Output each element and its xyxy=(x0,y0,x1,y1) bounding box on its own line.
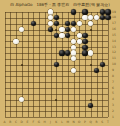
coord-number-15: 15 xyxy=(112,34,120,37)
stone-white-L16 xyxy=(59,27,64,32)
grid-hline xyxy=(5,88,109,89)
stone-white-N9 xyxy=(71,68,76,73)
coord-number-3: 3 xyxy=(112,104,120,107)
moves-black-player-label: 186手 - 黑 李世石 xyxy=(36,0,69,9)
star-point-D10 xyxy=(21,64,23,66)
go-board[interactable] xyxy=(0,9,111,120)
stone-black-M15 xyxy=(65,33,70,38)
stone-black-J16 xyxy=(48,27,53,32)
coord-number-19: 19 xyxy=(112,11,120,14)
star-point-Q4 xyxy=(90,99,92,101)
grid-hline xyxy=(5,111,109,112)
stone-black-F17 xyxy=(31,21,36,26)
stone-white-J19 xyxy=(48,9,53,14)
stone-black-L12 xyxy=(59,50,64,55)
stone-black-K17 xyxy=(54,21,59,26)
coord-number-9: 9 xyxy=(112,69,120,72)
star-point-Q16 xyxy=(90,29,92,31)
star-point-K4 xyxy=(55,99,57,101)
stone-white-N14 xyxy=(71,39,76,44)
coord-number-7: 7 xyxy=(112,81,120,84)
stone-white-N16 xyxy=(71,27,76,32)
stone-black-K10 xyxy=(54,62,59,67)
coord-number-12: 12 xyxy=(112,51,120,54)
stone-black-K18 xyxy=(54,15,59,20)
stone-white-R18 xyxy=(94,15,99,20)
stone-black-S18 xyxy=(100,15,105,20)
stone-black-P14 xyxy=(82,39,87,44)
stone-white-N13 xyxy=(71,45,76,50)
grid-hline xyxy=(5,117,109,118)
stone-white-Q17 xyxy=(88,21,93,26)
stone-white-O15 xyxy=(77,33,82,38)
coord-number-10: 10 xyxy=(112,63,120,66)
stone-white-P18 xyxy=(82,15,87,20)
grid-vline xyxy=(97,12,98,117)
grid-vline xyxy=(85,12,86,117)
stone-black-T18 xyxy=(105,15,110,20)
stone-white-N12 xyxy=(71,50,76,55)
stone-white-C14 xyxy=(13,39,18,44)
result-label: 白中盘胜(백 불계승) xyxy=(73,0,109,9)
coord-number-8: 8 xyxy=(112,75,120,78)
stone-black-N17 xyxy=(71,21,76,26)
coord-number-1: 1 xyxy=(112,116,120,119)
coord-number-6: 6 xyxy=(112,87,120,90)
stone-white-L15 xyxy=(59,33,64,38)
coord-number-16: 16 xyxy=(112,28,120,31)
star-point-Q10 xyxy=(90,64,92,66)
white-player-label: 白 AlphaGo xyxy=(10,0,32,9)
stone-black-M17 xyxy=(65,21,70,26)
stone-white-D4 xyxy=(19,97,24,102)
coord-letter-T: T xyxy=(105,121,111,124)
stone-white-J18 xyxy=(48,15,53,20)
coord-number-17: 17 xyxy=(112,22,120,25)
stone-black-S10 xyxy=(100,62,105,67)
go-diagram-window: 白 AlphaGo 186手 - 黑 李世石 白中盘胜(백 불계승) ABCDE… xyxy=(0,0,120,126)
coord-number-2: 2 xyxy=(112,110,120,113)
stone-white-Q12 xyxy=(88,50,93,55)
grid-hline xyxy=(5,76,109,77)
stone-white-Q18 xyxy=(88,15,93,20)
coord-number-5: 5 xyxy=(112,92,120,95)
stone-black-N19 xyxy=(71,9,76,14)
game-caption: 白 AlphaGo 186手 - 黑 李世石 白中盘胜(백 불계승) xyxy=(0,0,120,9)
coord-number-13: 13 xyxy=(112,46,120,49)
stone-black-P13 xyxy=(82,45,87,50)
stone-black-P19 xyxy=(82,9,87,14)
stone-black-R9 xyxy=(94,68,99,73)
stone-black-M16 xyxy=(65,27,70,32)
grid-vline xyxy=(108,12,109,117)
stone-white-O14 xyxy=(77,39,82,44)
coord-number-18: 18 xyxy=(112,16,120,19)
stone-black-P15 xyxy=(82,33,87,38)
stone-black-T19 xyxy=(105,9,110,14)
grid-hline xyxy=(5,82,109,83)
star-point-K16 xyxy=(55,29,57,31)
stone-black-K15 xyxy=(54,33,59,38)
grid-hline xyxy=(5,71,109,72)
coord-number-14: 14 xyxy=(112,40,120,43)
coord-number-11: 11 xyxy=(112,57,120,60)
stone-black-Q3 xyxy=(88,103,93,108)
stone-white-D16 xyxy=(19,27,24,32)
grid-hline xyxy=(5,94,109,95)
stone-white-J17 xyxy=(48,21,53,26)
stone-white-O17 xyxy=(77,21,82,26)
grid-vline xyxy=(79,12,80,117)
stone-black-M12 xyxy=(65,50,70,55)
stone-white-N11 xyxy=(71,56,76,61)
stone-black-P12 xyxy=(82,50,87,55)
coord-number-4: 4 xyxy=(112,98,120,101)
stone-black-S19 xyxy=(100,9,105,14)
